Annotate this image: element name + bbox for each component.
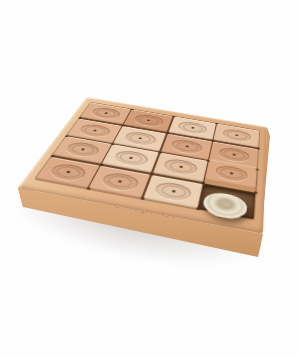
treat-recess-icon [100,171,140,192]
treat-recess-icon [123,130,158,146]
treat-recess-icon [89,106,122,120]
treat-recess-icon [170,138,203,155]
treat-recess-icon [222,128,252,143]
product-photo: My Intelligent Pets® [0,0,298,358]
treat-recess-icon [214,164,248,183]
treat-recess-icon [112,149,149,167]
treat-recess-icon [133,113,165,128]
treat-cup[interactable] [202,191,248,222]
empty-slot-r4c4 [199,184,256,219]
treat-recess-icon [77,122,113,138]
treat-recess-icon [63,141,102,159]
treat-recess-icon [47,162,89,182]
treat-recess-icon [162,158,198,177]
treat-recess-icon [154,181,193,203]
treat-recess-icon [177,120,208,135]
